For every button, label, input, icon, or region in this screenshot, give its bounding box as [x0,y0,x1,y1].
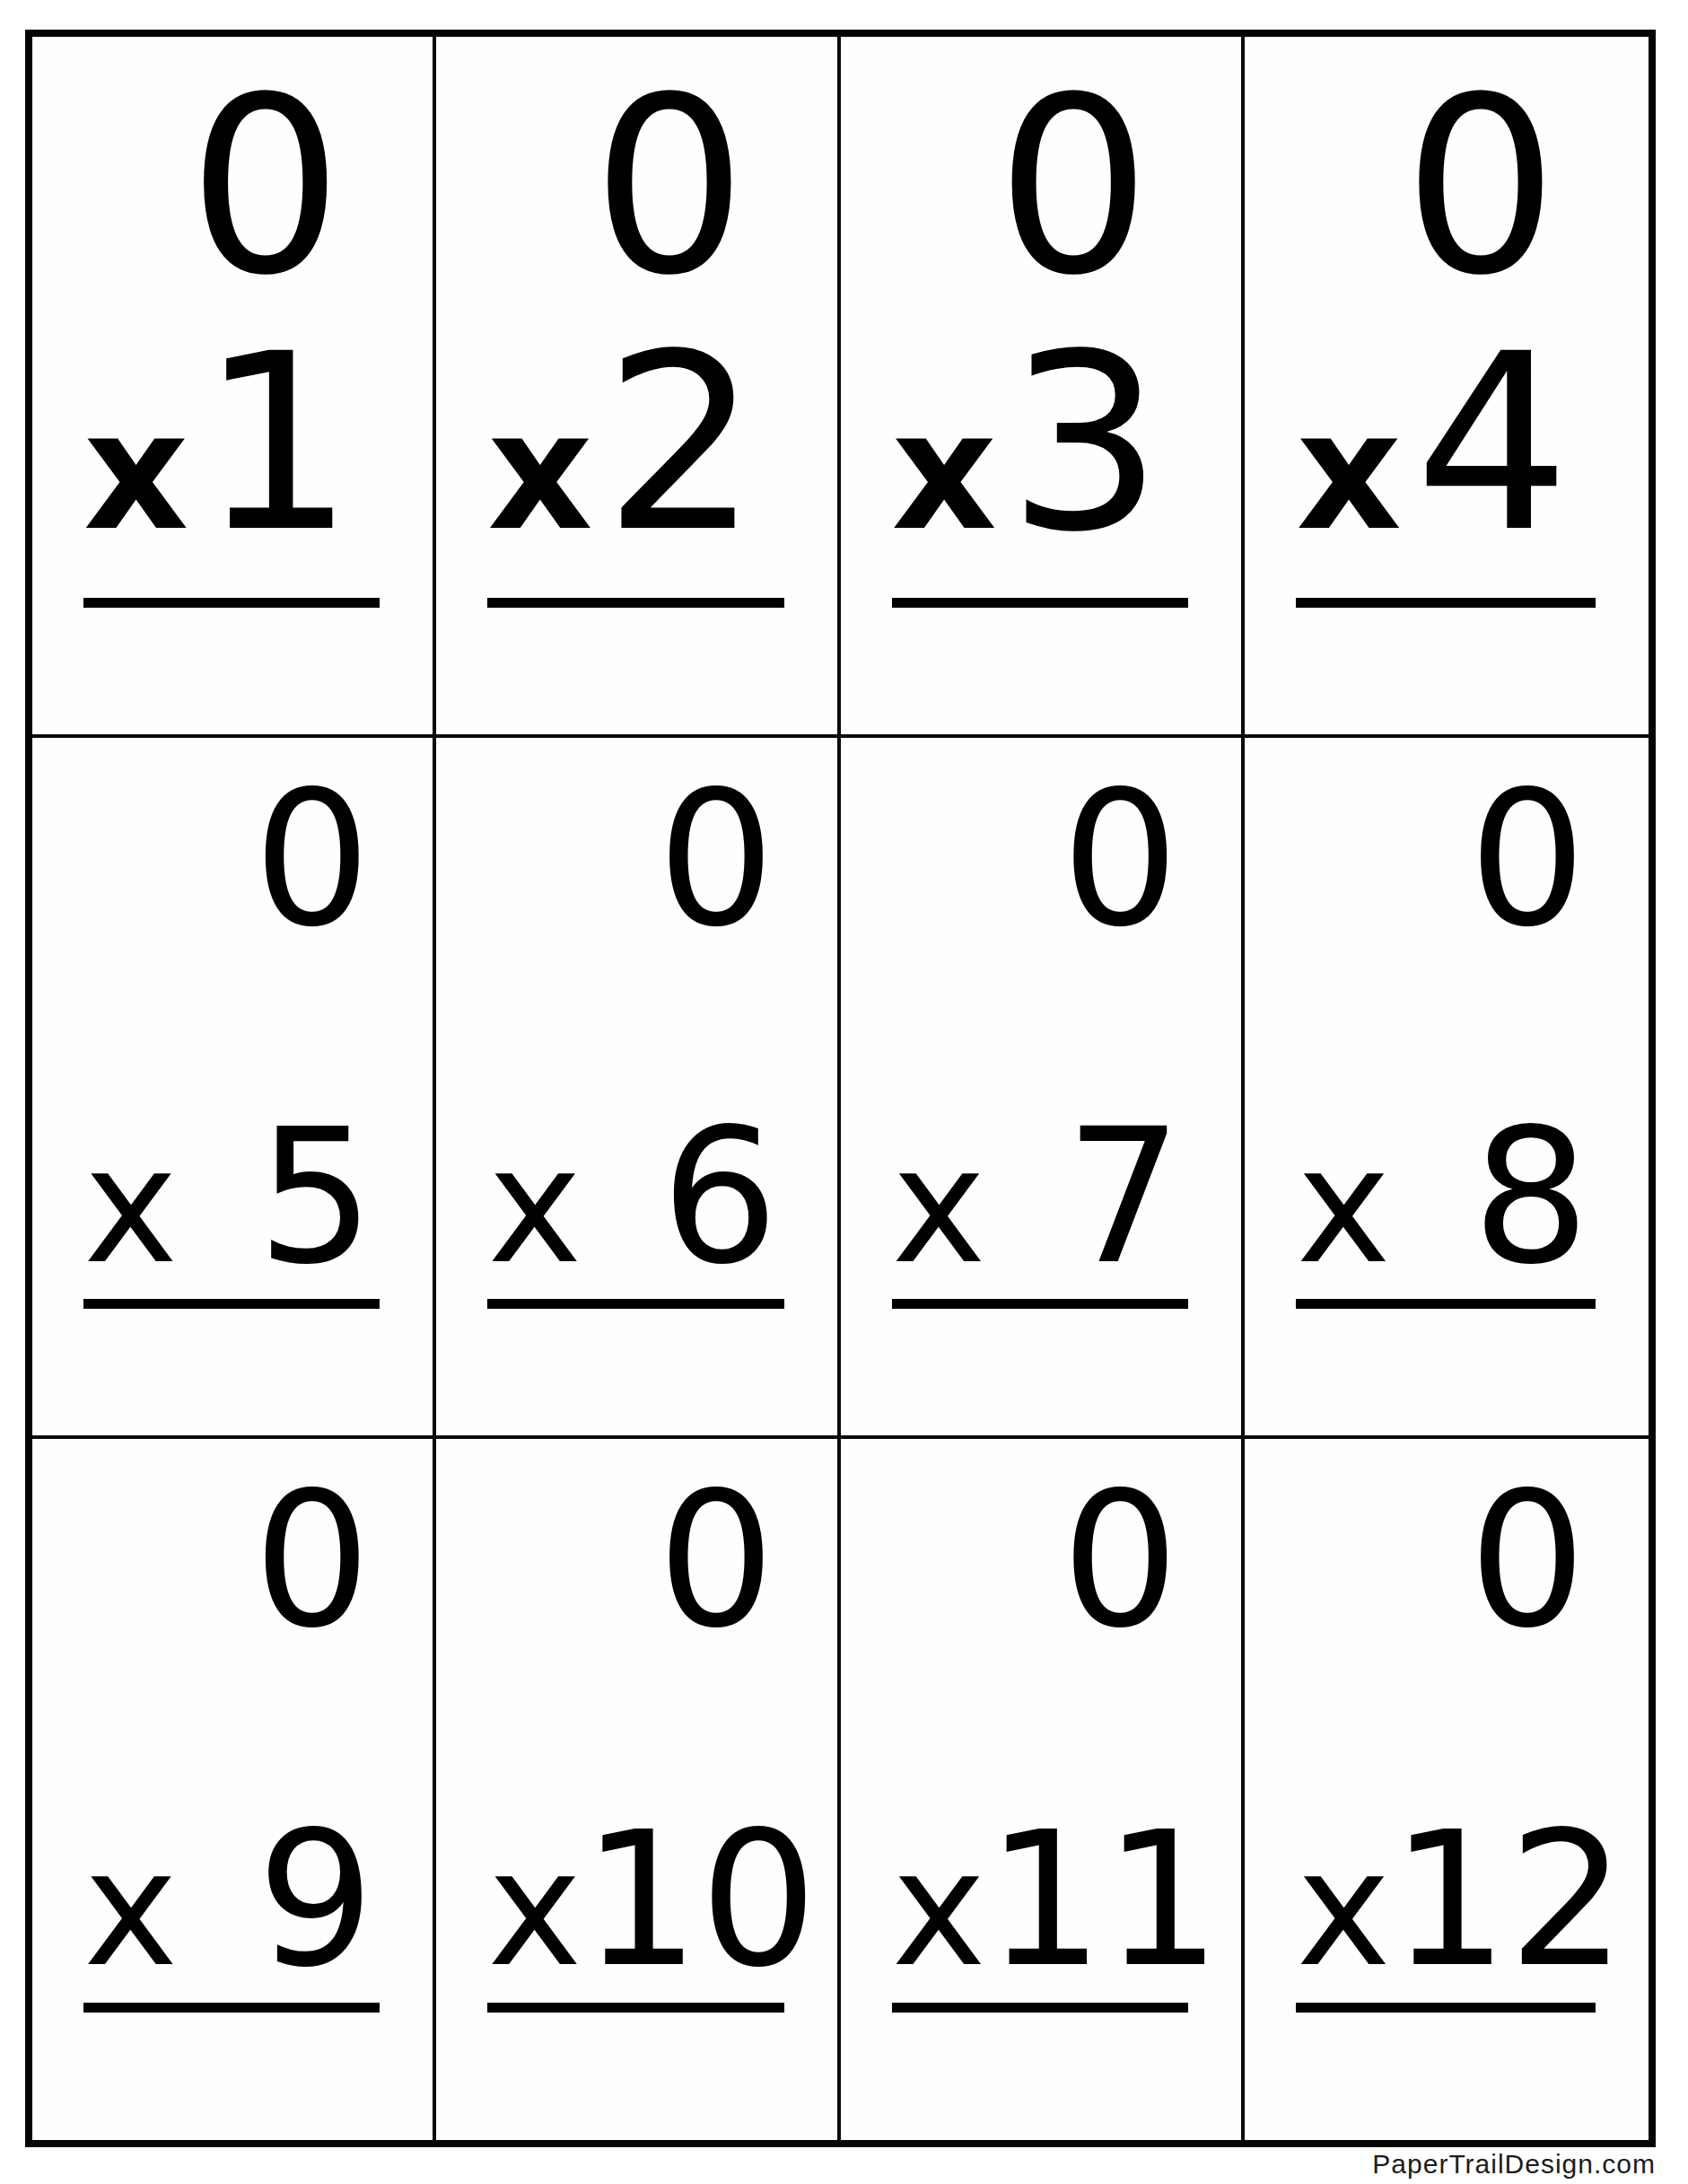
answer-line [892,598,1188,608]
multiplication-sign: x [487,1829,582,1989]
top-number: 0 [996,65,1151,309]
answer-line [1296,1299,1595,1309]
problem-row: x 3 [892,321,1163,566]
bottom-number: 4 [1415,321,1570,566]
answer-line [487,598,783,608]
top-number: 0 [253,767,371,952]
flash-card-0x12: 0 x 12 [1245,1439,1649,2140]
bottom-number: 3 [1008,321,1163,566]
answer-line [83,2003,380,2013]
answer-line [83,598,380,608]
top-number: 0 [1062,1469,1179,1653]
answer-line [892,2003,1188,2013]
bottom-number: 1 [199,321,354,566]
top-number: 0 [188,65,343,309]
flash-card-0x8: 0 x 8 [1245,738,1649,1439]
problem-row: x 2 [487,321,758,566]
problem-row: x 5 [83,1105,374,1290]
bottom-number: 10 [582,1808,818,1993]
bottom-number: 11 [986,1808,1221,1993]
problem-row: x 6 [487,1105,778,1290]
multiplication-sign: x [487,1127,582,1286]
bottom-number: 7 [1065,1105,1183,1290]
problem-row: x 10 [487,1808,778,1993]
flash-card-grid: 0 x 1 0 x 2 0 x 3 0 x [25,30,1656,2147]
multiplication-sign: x [83,1127,178,1286]
multiplication-sign: x [892,1829,986,1989]
problem-row: x 4 [1296,321,1570,566]
problem-row: x 9 [83,1808,374,1993]
multiplication-sign: x [487,390,592,553]
top-number: 0 [658,767,775,952]
flash-card-0x9: 0 x 9 [32,1439,436,2140]
multiplication-sign: x [892,390,997,553]
bottom-number: 5 [257,1105,374,1290]
flash-card-0x3: 0 x 3 [841,37,1245,738]
bottom-number: 6 [661,1105,779,1290]
problem-row: x 8 [1296,1105,1589,1290]
bottom-number: 2 [604,321,759,566]
answer-line [1296,598,1595,608]
multiplication-sign: x [83,1829,178,1989]
top-number: 0 [253,1469,371,1653]
flash-card-0x6: 0 x 6 [436,738,840,1439]
problem-row: x 1 [83,321,354,566]
answer-line [487,1299,783,1309]
top-number: 0 [1469,767,1587,952]
flash-card-0x4: 0 x 4 [1245,37,1649,738]
problem-row: x 11 [892,1808,1183,1993]
multiplication-sign: x [1296,390,1401,553]
top-number: 0 [1469,1469,1587,1653]
flash-card-0x7: 0 x 7 [841,738,1245,1439]
multiplication-sign: x [1296,1127,1390,1286]
answer-line [83,1299,380,1309]
bottom-number: 8 [1473,1105,1590,1290]
flash-card-sheet: 0 x 1 0 x 2 0 x 3 0 x [0,0,1688,2184]
top-number: 0 [1403,65,1558,309]
top-number: 0 [591,65,747,309]
flash-card-0x5: 0 x 5 [32,738,436,1439]
answer-line [1296,2003,1595,2013]
watermark-text: PaperTrailDesign.com [1372,2149,1656,2180]
flash-card-0x2: 0 x 2 [436,37,840,738]
answer-line [487,2003,783,2013]
bottom-number: 12 [1391,1808,1626,1993]
flash-card-0x1: 0 x 1 [32,37,436,738]
flash-card-0x10: 0 x 10 [436,1439,840,2140]
multiplication-sign: x [1296,1829,1390,1989]
multiplication-sign: x [83,390,188,553]
multiplication-sign: x [892,1127,986,1286]
top-number: 0 [1062,767,1179,952]
answer-line [892,1299,1188,1309]
top-number: 0 [658,1469,775,1653]
problem-row: x 12 [1296,1808,1589,1993]
problem-row: x 7 [892,1105,1183,1290]
bottom-number: 9 [257,1808,374,1993]
flash-card-0x11: 0 x 11 [841,1439,1245,2140]
